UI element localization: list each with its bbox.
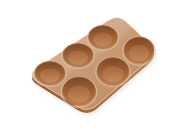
cup-floor bbox=[68, 51, 88, 65]
product-photo: 6-cup copper non-stick muffin baking pan bbox=[0, 0, 189, 140]
cup-floor bbox=[40, 69, 60, 83]
muffin-cup-front-right bbox=[123, 37, 155, 65]
cup-floor bbox=[68, 86, 90, 103]
cup-floor bbox=[103, 66, 124, 82]
muffin-cup-back-right bbox=[87, 25, 118, 50]
muffin-pan-illustration: 6-cup copper non-stick muffin baking pan bbox=[0, 0, 189, 140]
muffin-cup-front-middle bbox=[96, 57, 130, 86]
cup-floor bbox=[129, 45, 149, 61]
cup-floor bbox=[94, 33, 113, 47]
muffin-cup-back-middle bbox=[62, 43, 94, 68]
muffin-cup-front-left bbox=[61, 77, 96, 107]
muffin-cup-back-left bbox=[34, 61, 66, 86]
